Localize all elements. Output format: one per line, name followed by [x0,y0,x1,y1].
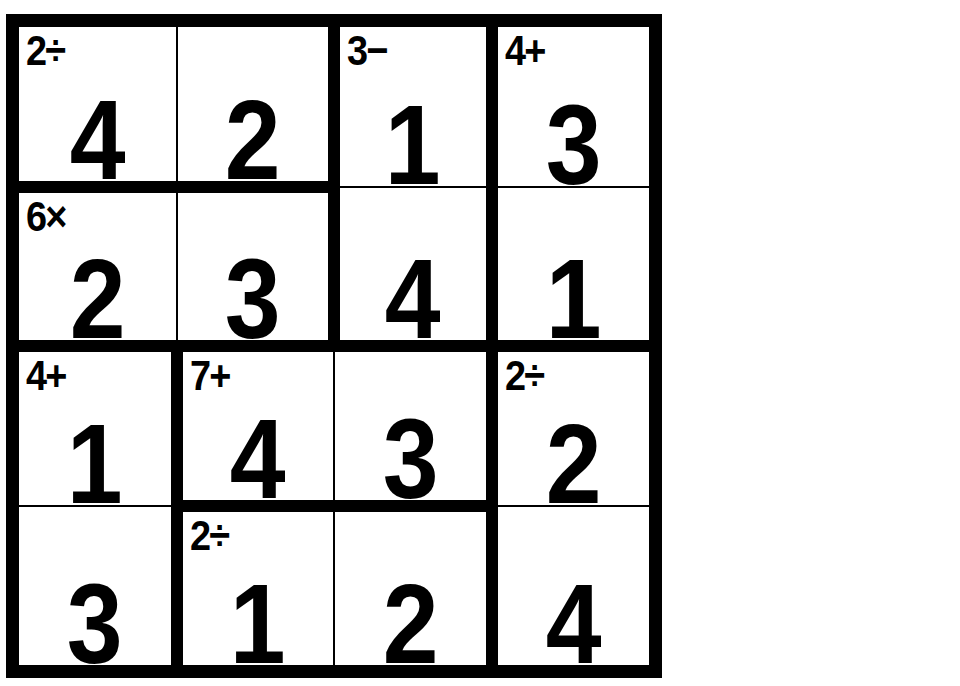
cage-clue: 3− [347,29,392,72]
cell-value: 1 [19,407,171,521]
cell-r4c4[interactable]: 4 [492,506,650,666]
cell-value-text: 1 [545,242,601,356]
cage-clue-text: 2÷ [505,354,543,397]
cell-r1c2[interactable]: 2 [177,27,335,187]
cage-clue: 4+ [505,29,550,72]
cell-r2c2[interactable]: 3 [177,187,335,347]
cell-value-text: 2 [225,83,281,197]
cage-clue: 7+ [190,354,235,397]
cell-value: 4 [498,567,650,681]
cell-value: 2 [498,407,650,521]
cell-r4c3[interactable]: 2 [334,506,492,666]
cage-clue: 4+ [26,354,71,397]
cage-clue: 2÷ [26,29,70,72]
cell-r1c3[interactable]: 3−1 [334,27,492,187]
cage-clue-text: 3− [347,29,387,72]
cell-r3c2[interactable]: 7+4 [177,346,335,506]
cell-value-text: 2 [545,407,601,521]
cell-value: 3 [178,242,329,356]
cell-r2c4[interactable]: 1 [492,187,650,347]
cell-r4c2[interactable]: 2÷1 [177,506,335,666]
cell-value: 1 [340,88,486,202]
cell-value-text: 3 [67,567,123,681]
cell-r1c4[interactable]: 4+3 [492,27,650,187]
cage-clue-text: 4+ [505,29,545,72]
cell-r3c1[interactable]: 4+1 [19,346,177,506]
cell-value-text: 3 [382,402,438,516]
cell-value-text: 1 [67,407,123,521]
canvas: 2÷423−14+36×23414+17+432÷232÷124 [0,0,960,686]
cage-clue-text: 2÷ [26,29,64,72]
cell-value-text: 3 [225,242,281,356]
cell-value: 4 [19,83,176,197]
cage-clue-text: 7+ [190,354,230,397]
cell-value: 3 [19,567,171,681]
cell-r3c4[interactable]: 2÷2 [492,346,650,506]
cell-value-text: 2 [382,567,438,681]
cell-value-text: 4 [385,242,441,356]
cage-clue-text: 2÷ [190,514,228,557]
cage-clue-text: 4+ [26,354,66,397]
cell-value: 3 [498,88,650,202]
cell-value: 1 [183,567,334,681]
cage-clue-text: 6× [26,195,66,238]
cell-value: 3 [335,402,486,516]
cell-r4c1[interactable]: 3 [19,506,177,666]
cell-value: 2 [19,242,176,356]
cell-value: 2 [335,567,486,681]
cell-value-text: 4 [230,402,286,516]
cage-clue: 2÷ [190,514,234,557]
cage-clue: 6× [26,195,71,238]
cell-value: 4 [183,402,334,516]
cell-value: 2 [178,83,329,197]
cell-value-text: 1 [230,567,286,681]
cell-value-text: 4 [69,83,125,197]
cell-r1c1[interactable]: 2÷4 [19,27,177,187]
cell-value: 4 [340,242,486,356]
cell-value-text: 2 [69,242,125,356]
cell-value-text: 1 [385,88,441,202]
cell-r2c3[interactable]: 4 [334,187,492,347]
kenken-board: 2÷423−14+36×23414+17+432÷232÷124 [6,14,662,678]
cage-clue: 2÷ [505,354,549,397]
cell-r3c3[interactable]: 3 [334,346,492,506]
cell-value-text: 4 [545,567,601,681]
cell-value: 1 [498,242,650,356]
cell-value-text: 3 [545,88,601,202]
cell-r2c1[interactable]: 6×2 [19,187,177,347]
